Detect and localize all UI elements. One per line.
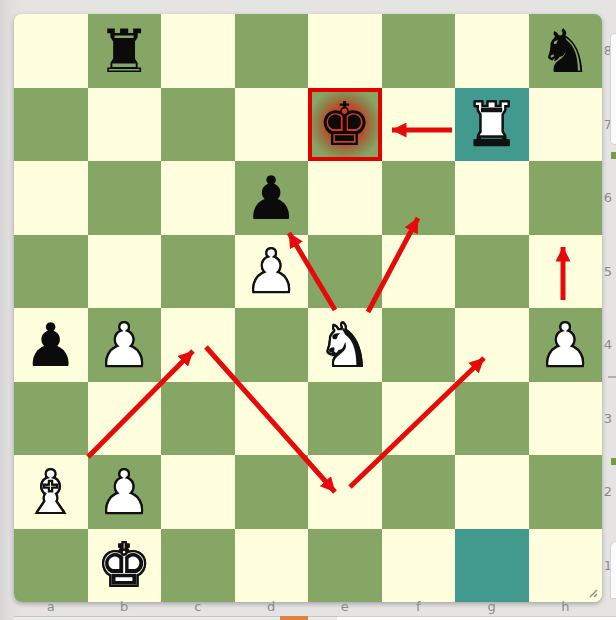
square-c3[interactable] — [161, 382, 235, 456]
square-a3[interactable] — [14, 382, 88, 456]
white-pawn-b2[interactable]: ♟ — [88, 455, 162, 529]
square-e5[interactable] — [308, 235, 382, 309]
square-g7[interactable]: ♜ — [455, 88, 529, 162]
square-b8[interactable]: ♜ — [88, 14, 162, 88]
black-rook-b8[interactable]: ♜ — [88, 14, 162, 88]
square-f7[interactable] — [382, 88, 456, 162]
square-f4[interactable] — [382, 308, 456, 382]
square-h8[interactable]: ♞ — [529, 14, 603, 88]
rank-label-3: 3 — [600, 382, 616, 456]
rank-label-5: 5 — [600, 235, 616, 309]
square-g3[interactable] — [455, 382, 529, 456]
right-panel-edge-bottom — [610, 541, 616, 599]
file-label-d: d — [235, 600, 309, 616]
file-label-f: f — [382, 600, 456, 616]
square-c5[interactable] — [161, 235, 235, 309]
square-e4[interactable]: ♞ — [308, 308, 382, 382]
file-label-a: a — [14, 600, 88, 616]
square-g5[interactable] — [455, 235, 529, 309]
square-d1[interactable] — [235, 529, 309, 603]
file-label-e: e — [308, 600, 382, 616]
square-h2[interactable] — [529, 455, 603, 529]
board-resize-handle-icon[interactable] — [586, 586, 600, 600]
square-a7[interactable] — [14, 88, 88, 162]
square-f3[interactable] — [382, 382, 456, 456]
square-e2[interactable] — [308, 455, 382, 529]
white-rook-g7[interactable]: ♜ — [455, 88, 529, 162]
square-f1[interactable] — [382, 529, 456, 603]
square-c1[interactable] — [161, 529, 235, 603]
square-d8[interactable] — [235, 14, 309, 88]
square-b2[interactable]: ♟ — [88, 455, 162, 529]
right-edge-divider — [608, 376, 616, 378]
white-pawn-d5[interactable]: ♟ — [235, 235, 309, 309]
square-h5[interactable] — [529, 235, 603, 309]
chess-board[interactable]: ♜♞♚♜♟♟♟♟♞♟♝♟♚ — [14, 14, 602, 602]
square-a1[interactable] — [14, 529, 88, 603]
rank-label-2: 2 — [600, 455, 616, 529]
square-e1[interactable] — [308, 529, 382, 603]
white-pawn-b4[interactable]: ♟ — [88, 308, 162, 382]
square-g8[interactable] — [455, 14, 529, 88]
square-f6[interactable] — [382, 161, 456, 235]
bottom-panel-white-edge — [337, 616, 616, 620]
file-label-g: g — [455, 600, 529, 616]
black-pawn-a4[interactable]: ♟ — [14, 308, 88, 382]
square-c4[interactable] — [161, 308, 235, 382]
square-f2[interactable] — [382, 455, 456, 529]
white-pawn-h4[interactable]: ♟ — [529, 308, 603, 382]
black-pawn-d6[interactable]: ♟ — [235, 161, 309, 235]
square-c2[interactable] — [161, 455, 235, 529]
square-c6[interactable] — [161, 161, 235, 235]
bottom-orange-accent — [280, 616, 308, 620]
rank-label-6: 6 — [600, 161, 616, 235]
square-h6[interactable] — [529, 161, 603, 235]
square-d3[interactable] — [235, 382, 309, 456]
square-f8[interactable] — [382, 14, 456, 88]
square-b3[interactable] — [88, 382, 162, 456]
file-labels: abcdefgh — [14, 600, 602, 616]
square-c8[interactable] — [161, 14, 235, 88]
square-c7[interactable] — [161, 88, 235, 162]
black-king-e7[interactable]: ♚ — [312, 92, 378, 158]
square-a4[interactable]: ♟ — [14, 308, 88, 382]
square-b5[interactable] — [88, 235, 162, 309]
square-e7[interactable]: ♚ — [308, 88, 382, 162]
square-d2[interactable] — [235, 455, 309, 529]
square-g6[interactable] — [455, 161, 529, 235]
right-edge-green-marker-icon — [611, 152, 616, 159]
square-a5[interactable] — [14, 235, 88, 309]
square-d7[interactable] — [235, 88, 309, 162]
square-b1[interactable]: ♚ — [88, 529, 162, 603]
square-e8[interactable] — [308, 14, 382, 88]
white-king-b1[interactable]: ♚ — [88, 529, 162, 603]
square-b6[interactable] — [88, 161, 162, 235]
file-label-b: b — [88, 600, 162, 616]
right-panel-edge-top — [610, 33, 616, 145]
square-b7[interactable] — [88, 88, 162, 162]
square-f5[interactable] — [382, 235, 456, 309]
square-h3[interactable] — [529, 382, 603, 456]
square-d5[interactable]: ♟ — [235, 235, 309, 309]
white-bishop-a2[interactable]: ♝ — [14, 455, 88, 529]
square-e3[interactable] — [308, 382, 382, 456]
file-label-h: h — [529, 600, 603, 616]
square-d4[interactable] — [235, 308, 309, 382]
right-edge-green-marker-icon — [611, 458, 616, 465]
square-b4[interactable]: ♟ — [88, 308, 162, 382]
square-g4[interactable] — [455, 308, 529, 382]
black-knight-h8[interactable]: ♞ — [529, 14, 603, 88]
square-d6[interactable]: ♟ — [235, 161, 309, 235]
square-h4[interactable]: ♟ — [529, 308, 603, 382]
square-a8[interactable] — [14, 14, 88, 88]
square-g1[interactable] — [455, 529, 529, 603]
square-h7[interactable] — [529, 88, 603, 162]
square-e6[interactable] — [308, 161, 382, 235]
white-knight-e4[interactable]: ♞ — [308, 308, 382, 382]
square-a2[interactable]: ♝ — [14, 455, 88, 529]
file-label-c: c — [161, 600, 235, 616]
square-g2[interactable] — [455, 455, 529, 529]
rank-label-4: 4 — [600, 308, 616, 382]
square-a6[interactable] — [14, 161, 88, 235]
